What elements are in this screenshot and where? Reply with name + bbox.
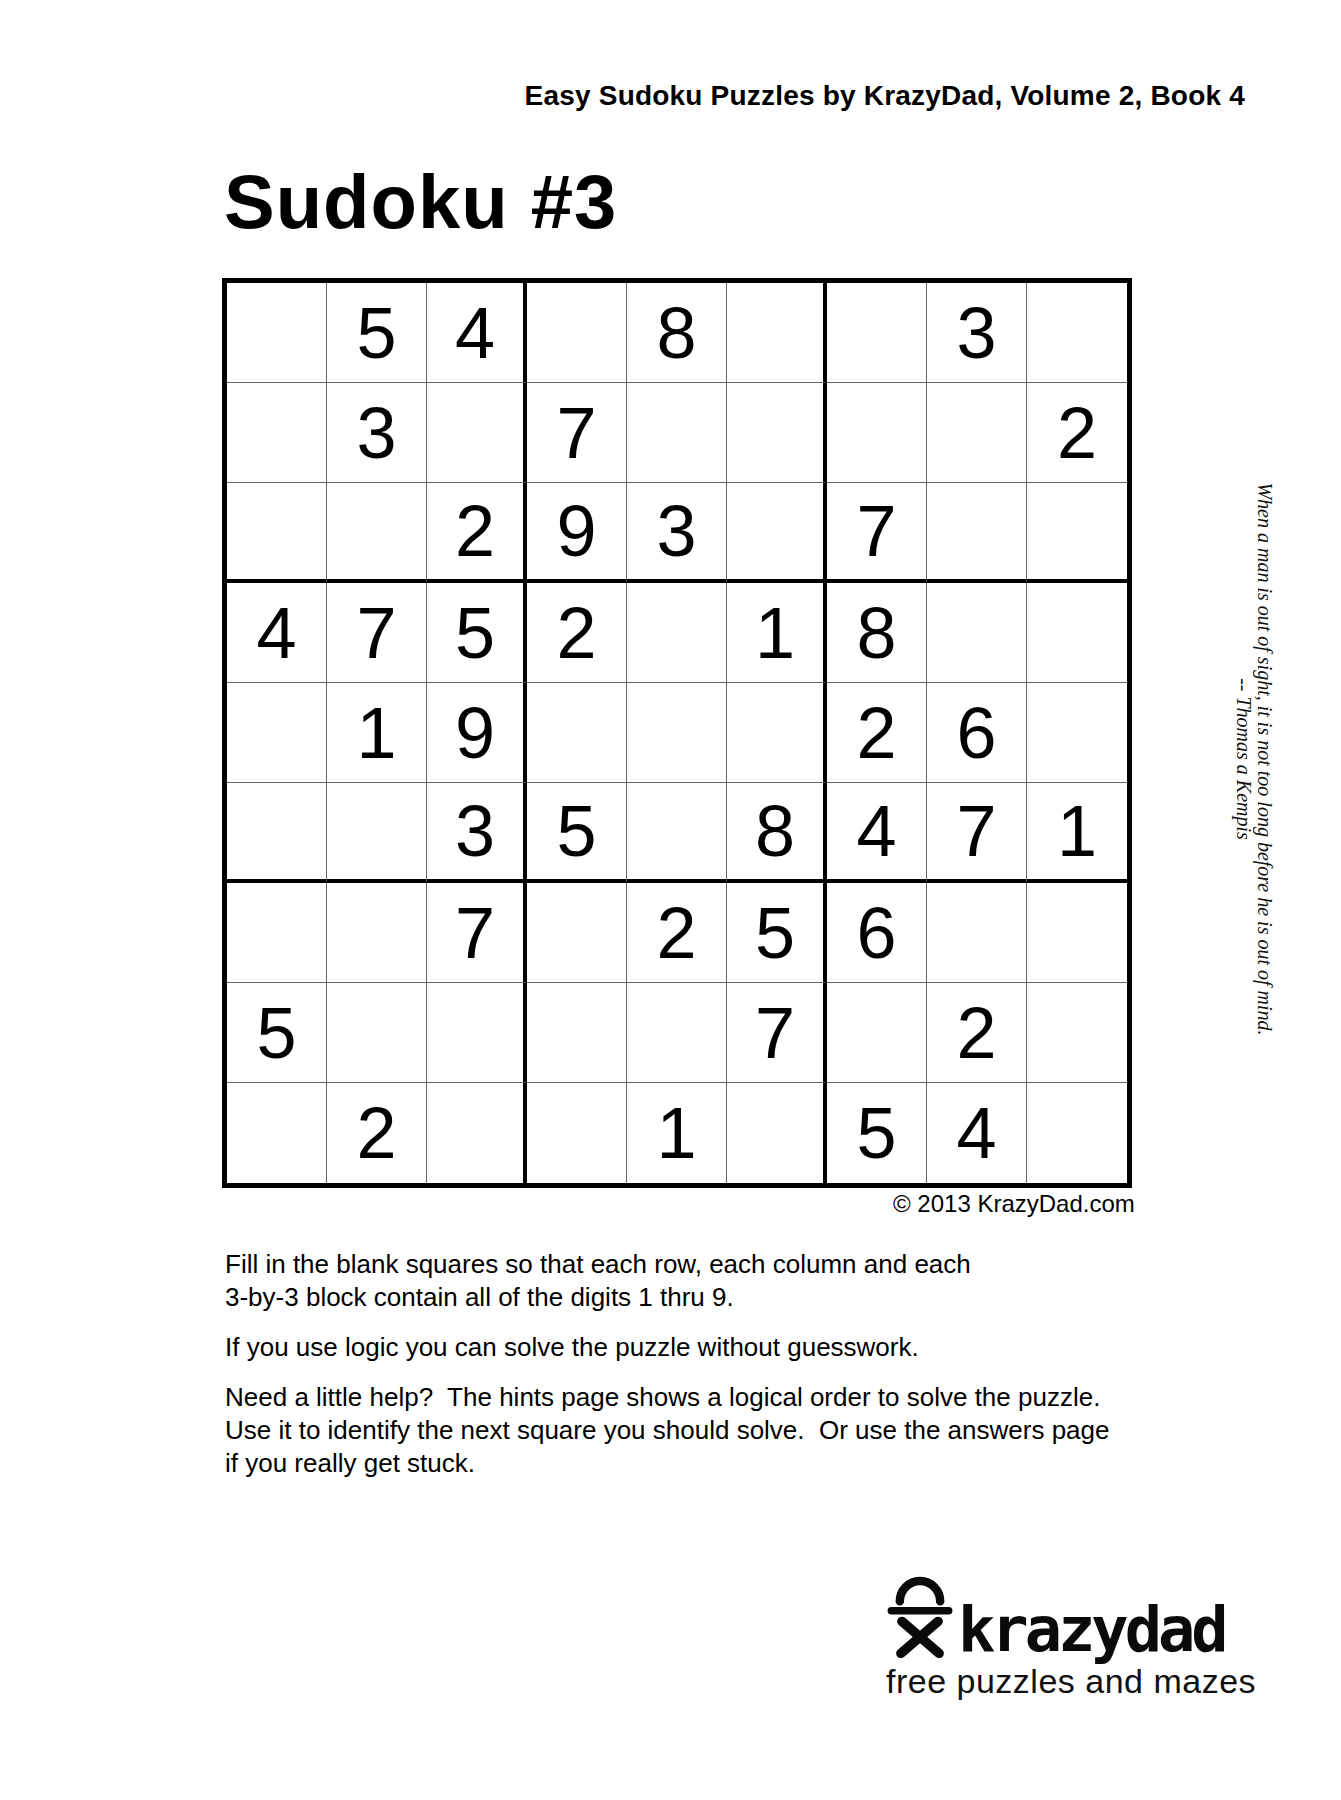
cell-r2c4: 7 [527,383,627,483]
instruction-paragraph-2: If you use logic you can solve the puzzl… [225,1331,1225,1364]
cell-r3c5: 3 [627,483,727,583]
cell-r6c3: 3 [427,783,527,883]
cell-r2c8 [927,383,1027,483]
cell-r6c6: 8 [727,783,827,883]
cell-r3c1 [227,483,327,583]
cell-r3c4: 9 [527,483,627,583]
cell-r7c9 [1027,883,1127,983]
cell-r7c1 [227,883,327,983]
cell-r8c1: 5 [227,983,327,1083]
cell-r2c2: 3 [327,383,427,483]
cell-r5c8: 6 [927,683,1027,783]
cell-r4c7: 8 [827,583,927,683]
cell-r2c9: 2 [1027,383,1127,483]
cell-r4c2: 7 [327,583,427,683]
cell-r9c7: 5 [827,1083,927,1183]
cell-r7c4 [527,883,627,983]
cell-r2c7 [827,383,927,483]
cell-r4c5 [627,583,727,683]
page: Easy Sudoku Puzzles by KrazyDad, Volume … [0,0,1341,1800]
cell-r8c9 [1027,983,1127,1083]
cell-r5c5 [627,683,727,783]
cell-r6c8: 7 [927,783,1027,883]
cell-r9c9 [1027,1083,1127,1183]
cell-r6c7: 4 [827,783,927,883]
quote-attribution: -- Thomas a Kempis [1233,414,1254,1104]
cell-r1c4 [527,283,627,383]
cell-r1c7 [827,283,927,383]
cell-r4c4: 2 [527,583,627,683]
cell-r8c3 [427,983,527,1083]
cell-r9c5: 1 [627,1083,727,1183]
cell-r1c3: 4 [427,283,527,383]
cell-r6c4: 5 [527,783,627,883]
cell-r5c1 [227,683,327,783]
cell-r6c2 [327,783,427,883]
cell-r7c6: 5 [727,883,827,983]
cell-r6c1 [227,783,327,883]
cell-r4c8 [927,583,1027,683]
cell-r7c3: 7 [427,883,527,983]
cell-r3c2 [327,483,427,583]
logo-wordmark: krazydad [958,1601,1225,1660]
cell-r6c5 [627,783,727,883]
logo-top-row: krazydad [886,1568,1231,1660]
cell-r7c5: 2 [627,883,727,983]
booklet-header: Easy Sudoku Puzzles by KrazyDad, Volume … [525,80,1245,112]
cell-r9c2: 2 [327,1083,427,1183]
sudoku-grid: 54833722937475218192635847172565722154 [222,278,1132,1188]
cell-r4c1: 4 [227,583,327,683]
logo-tagline: free puzzles and mazes [886,1662,1231,1701]
cell-r9c1 [227,1083,327,1183]
cell-r4c9 [1027,583,1127,683]
cell-r7c7: 6 [827,883,927,983]
cell-r8c5 [627,983,727,1083]
copyright-text: © 2013 KrazyDad.com [893,1190,1132,1218]
cell-r7c8 [927,883,1027,983]
cell-r9c4 [527,1083,627,1183]
cell-r8c8: 2 [927,983,1027,1083]
cell-r2c5 [627,383,727,483]
cell-r2c6 [727,383,827,483]
cell-r3c7: 7 [827,483,927,583]
cell-r2c3 [427,383,527,483]
stick-figure-icon [886,1568,954,1660]
cell-r4c6: 1 [727,583,827,683]
cell-r6c9: 1 [1027,783,1127,883]
cell-r1c2: 5 [327,283,427,383]
cell-r1c5: 8 [627,283,727,383]
cell-r5c2: 1 [327,683,427,783]
cell-r1c9 [1027,283,1127,383]
cell-r1c8: 3 [927,283,1027,383]
cell-r1c1 [227,283,327,383]
cell-r1c6 [727,283,827,383]
page-title: Sudoku #3 [224,158,617,245]
cell-r8c4 [527,983,627,1083]
cell-r3c8 [927,483,1027,583]
cell-r5c7: 2 [827,683,927,783]
cell-r9c8: 4 [927,1083,1027,1183]
cell-r3c3: 2 [427,483,527,583]
krazydad-logo: krazydad free puzzles and mazes [886,1568,1231,1701]
cell-r8c6: 7 [727,983,827,1083]
cell-r8c7 [827,983,927,1083]
cell-r9c6 [727,1083,827,1183]
instructions: Fill in the blank squares so that each r… [225,1248,1225,1497]
instruction-paragraph-3: Need a little help? The hints page shows… [225,1381,1225,1480]
margin-quote: When a man is out of sight, it is not to… [1231,414,1275,1104]
cell-r2c1 [227,383,327,483]
cell-r3c6 [727,483,827,583]
cell-r8c2 [327,983,427,1083]
quote-text: When a man is out of sight, it is not to… [1254,414,1275,1104]
cell-r5c9 [1027,683,1127,783]
cell-r9c3 [427,1083,527,1183]
instruction-paragraph-1: Fill in the blank squares so that each r… [225,1248,1225,1314]
cell-r4c3: 5 [427,583,527,683]
cell-r5c4 [527,683,627,783]
cell-r5c3: 9 [427,683,527,783]
cell-r5c6 [727,683,827,783]
cell-r3c9 [1027,483,1127,583]
cell-r7c2 [327,883,427,983]
